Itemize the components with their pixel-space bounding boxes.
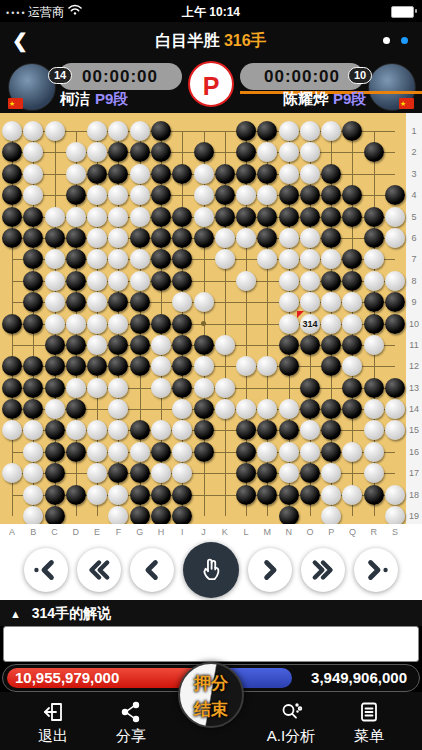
stone-black <box>151 485 171 505</box>
stone-black <box>151 442 171 462</box>
stone-white <box>279 442 299 462</box>
stone-black <box>45 442 65 462</box>
stone-white <box>45 314 65 334</box>
stone-white <box>23 442 43 462</box>
stone-black <box>130 292 150 312</box>
row-number: 12 <box>406 361 422 371</box>
stone-black <box>215 164 235 184</box>
stone-white <box>87 314 107 334</box>
stone-white <box>130 185 150 205</box>
stone-white <box>342 314 362 334</box>
row-number: 19 <box>406 511 422 521</box>
row-number: 14 <box>406 404 422 414</box>
stone-white <box>300 271 320 291</box>
stone-black <box>321 442 341 462</box>
stone-black <box>279 335 299 355</box>
column-letter: F <box>111 527 125 537</box>
stone-black <box>385 378 405 398</box>
stone-white <box>108 378 128 398</box>
stone-black <box>66 356 86 376</box>
captures-left-badge: 14 <box>48 67 72 84</box>
status-bar: •••• 运营商 上午 10:14 <box>0 0 422 22</box>
stone-black <box>385 185 405 205</box>
stone-white <box>45 249 65 269</box>
stone-white <box>130 164 150 184</box>
stone-black <box>194 399 214 419</box>
jump-to-start-button[interactable] <box>24 548 68 592</box>
stone-black <box>364 292 384 312</box>
stone-white <box>279 228 299 248</box>
stone-black <box>66 292 86 312</box>
stone-black <box>45 335 65 355</box>
stone-black <box>194 142 214 162</box>
stone-white <box>23 485 43 505</box>
stone-white <box>194 185 214 205</box>
stone-white <box>215 249 235 269</box>
flag-china-right: ★ <box>399 98 414 109</box>
stone-white <box>236 399 256 419</box>
stone-white <box>45 271 65 291</box>
stone-white <box>364 442 384 462</box>
row-number: 3 <box>406 169 422 179</box>
stone-white <box>194 292 214 312</box>
stone-white <box>66 378 86 398</box>
stone-white <box>300 121 320 141</box>
stone-white <box>385 228 405 248</box>
stone-white <box>321 485 341 505</box>
captures-right-badge: 10 <box>348 67 372 84</box>
stone-black <box>151 164 171 184</box>
stone-white <box>130 207 150 227</box>
clock-right: 00:00:00 <box>240 63 364 90</box>
stone-black <box>300 185 320 205</box>
stone-white <box>151 378 171 398</box>
row-number: 5 <box>406 212 422 222</box>
stone-black <box>130 314 150 334</box>
stone-black <box>257 164 277 184</box>
column-letter: E <box>90 527 104 537</box>
player-left-name: 柯洁P9段 <box>60 90 128 109</box>
stone-black <box>130 356 150 376</box>
stone-white <box>279 463 299 483</box>
stone-black <box>215 207 235 227</box>
stone-black <box>257 485 277 505</box>
comment-textarea[interactable] <box>3 626 419 662</box>
flag-china-left: ★ <box>8 98 23 109</box>
stone-black <box>2 314 22 334</box>
stone-black <box>23 378 43 398</box>
stone-white <box>279 121 299 141</box>
row-number: 13 <box>406 383 422 393</box>
column-letter: Q <box>345 527 359 537</box>
column-letter: J <box>197 527 211 537</box>
row-number: 15 <box>406 425 422 435</box>
clock-left: 00:00:00 <box>58 63 182 90</box>
stone-white <box>87 335 107 355</box>
stone-black <box>66 271 86 291</box>
column-letter: L <box>239 527 253 537</box>
stone-black <box>364 378 384 398</box>
stone-black <box>45 485 65 505</box>
menu-button[interactable]: 菜单 <box>334 698 404 750</box>
stone-black <box>194 420 214 440</box>
player-right-rank: P9段 <box>333 90 366 107</box>
stone-white <box>385 207 405 227</box>
step-backward-button[interactable] <box>130 548 174 592</box>
stone-black <box>2 378 22 398</box>
stone-white <box>279 399 299 419</box>
stone-white <box>279 271 299 291</box>
stone-white <box>66 314 86 334</box>
stone-white <box>108 271 128 291</box>
column-letter: R <box>367 527 381 537</box>
stone-white <box>23 164 43 184</box>
step-forward-button[interactable] <box>248 548 292 592</box>
column-letter: K <box>218 527 232 537</box>
stone-black <box>321 335 341 355</box>
stone-black <box>45 420 65 440</box>
fast-backward-button[interactable] <box>77 548 121 592</box>
stone-black <box>130 228 150 248</box>
stone-black <box>321 164 341 184</box>
column-letter: I <box>175 527 189 537</box>
stone-black <box>236 121 256 141</box>
row-number: 11 <box>406 340 422 350</box>
stone-white <box>385 420 405 440</box>
replay-controls <box>0 540 422 600</box>
stone-black <box>172 271 192 291</box>
hand-tool-button[interactable] <box>183 542 239 598</box>
column-letter: S <box>388 527 402 537</box>
stone-white-marked: 314 <box>300 314 320 334</box>
stone-black <box>66 185 86 205</box>
exit-button[interactable]: 退出 <box>18 698 88 750</box>
stone-white <box>300 228 320 248</box>
stone-black <box>364 228 384 248</box>
stone-black <box>45 378 65 398</box>
column-letter: P <box>324 527 338 537</box>
stone-black <box>321 207 341 227</box>
stone-black <box>364 207 384 227</box>
column-letter: O <box>303 527 317 537</box>
stone-black <box>172 378 192 398</box>
stone-black <box>151 314 171 334</box>
stone-white <box>194 378 214 398</box>
stone-white <box>236 228 256 248</box>
column-letter: M <box>260 527 274 537</box>
stone-white <box>108 485 128 505</box>
stone-black <box>2 207 22 227</box>
stone-black <box>23 271 43 291</box>
stone-black <box>236 442 256 462</box>
stone-black <box>300 378 320 398</box>
stone-white <box>236 271 256 291</box>
stone-black <box>130 142 150 162</box>
stone-white <box>108 207 128 227</box>
stone-white <box>279 164 299 184</box>
bet-end-button[interactable]: 押分 结束 <box>178 662 244 728</box>
ai-analysis-button[interactable]: A.I分析 <box>256 698 326 750</box>
stone-black <box>151 271 171 291</box>
page-title: 白目半胜 316手 <box>0 31 422 52</box>
stone-black <box>2 164 22 184</box>
stone-black <box>2 399 22 419</box>
comment-title: 314手的解说 <box>32 605 111 621</box>
go-board[interactable]: 31412345678910111213141516171819 <box>0 113 422 524</box>
stone-black <box>151 228 171 248</box>
stone-black <box>364 142 384 162</box>
page-dot-1[interactable] <box>383 37 390 44</box>
stone-white <box>342 485 362 505</box>
stone-black <box>66 399 86 419</box>
page-dot-2[interactable] <box>401 37 408 44</box>
stone-white <box>194 164 214 184</box>
stone-black <box>45 356 65 376</box>
stone-white <box>194 356 214 376</box>
stone-black <box>45 463 65 483</box>
stone-white <box>385 399 405 419</box>
move-count: 316手 <box>224 32 267 49</box>
stone-white <box>215 228 235 248</box>
stone-white <box>130 121 150 141</box>
last-move-triangle <box>297 311 304 318</box>
stone-black <box>151 121 171 141</box>
stone-black <box>23 207 43 227</box>
column-letter: H <box>154 527 168 537</box>
row-number: 17 <box>406 468 422 478</box>
stone-white <box>279 292 299 312</box>
stone-black <box>130 335 150 355</box>
stone-white <box>66 164 86 184</box>
stone-black <box>172 314 192 334</box>
column-letters: ABCDEFGHIJKLMNOPQRS <box>0 524 422 540</box>
stone-black <box>279 420 299 440</box>
stone-black <box>130 463 150 483</box>
stone-white <box>172 442 192 462</box>
stone-white <box>130 442 150 462</box>
row-number: 18 <box>406 490 422 500</box>
score-right-value: 3,949,906,000 <box>311 669 407 686</box>
stone-black <box>321 228 341 248</box>
share-button[interactable]: 分享 <box>96 698 166 750</box>
stone-black <box>172 485 192 505</box>
row-number: 2 <box>406 147 422 157</box>
stone-black <box>66 442 86 462</box>
row-number: 6 <box>406 233 422 243</box>
stone-white <box>87 121 107 141</box>
column-letter: D <box>69 527 83 537</box>
row-number: 7 <box>406 254 422 264</box>
row-number: 9 <box>406 297 422 307</box>
fast-forward-button[interactable] <box>301 548 345 592</box>
stone-black <box>236 164 256 184</box>
stone-white <box>215 378 235 398</box>
stone-black <box>151 185 171 205</box>
stone-white <box>45 121 65 141</box>
stone-white <box>130 271 150 291</box>
stone-white <box>385 271 405 291</box>
stone-white <box>87 228 107 248</box>
stone-white <box>45 207 65 227</box>
stone-white <box>87 485 107 505</box>
stone-black <box>321 271 341 291</box>
stone-white <box>108 314 128 334</box>
column-letter: G <box>133 527 147 537</box>
comment-header[interactable]: ▲ 314手的解说 <box>0 600 422 626</box>
score-left-value: 10,955,979,000 <box>15 669 119 686</box>
stone-white <box>45 292 65 312</box>
stone-black <box>385 292 405 312</box>
stone-black <box>300 335 320 355</box>
column-letter: A <box>5 527 19 537</box>
column-letter: B <box>26 527 40 537</box>
stone-black <box>23 314 43 334</box>
stone-black <box>66 485 86 505</box>
stone-white <box>364 399 384 419</box>
clock-time: 上午 10:14 <box>0 4 422 21</box>
stone-white <box>130 249 150 269</box>
stone-black <box>385 314 405 334</box>
move-number-label: 314 <box>300 319 320 329</box>
stone-white <box>321 314 341 334</box>
stone-white <box>66 207 86 227</box>
result-label: 白目半胜 <box>155 32 219 49</box>
stone-black <box>172 207 192 227</box>
stone-black <box>342 207 362 227</box>
hoshi-point <box>201 321 206 326</box>
stone-black <box>215 185 235 205</box>
stone-black <box>364 314 384 334</box>
stone-black <box>172 164 192 184</box>
stone-black <box>300 207 320 227</box>
row-number: 10 <box>406 319 422 329</box>
row-number: 1 <box>406 126 422 136</box>
stone-white <box>2 121 22 141</box>
player-bar: ★ ★ 00:00:00 00:00:00 14 10 P 柯洁P9段 陈耀烨P… <box>0 58 422 113</box>
stone-white <box>385 485 405 505</box>
stone-white <box>87 271 107 291</box>
stone-white <box>300 442 320 462</box>
stone-black <box>172 335 192 355</box>
player-right-name: 陈耀烨P9段 <box>283 90 366 109</box>
stone-white <box>87 378 107 398</box>
stone-black <box>151 207 171 227</box>
stone-white <box>87 207 107 227</box>
stone-white <box>279 314 299 334</box>
stone-black <box>279 485 299 505</box>
row-number: 8 <box>406 276 422 286</box>
column-letter: N <box>282 527 296 537</box>
stone-black <box>194 228 214 248</box>
stone-black <box>300 399 320 419</box>
stone-white <box>194 207 214 227</box>
stone-white <box>87 442 107 462</box>
stone-black <box>279 185 299 205</box>
stone-white <box>45 399 65 419</box>
stone-black <box>45 228 65 248</box>
stone-black <box>279 356 299 376</box>
stone-black <box>364 485 384 505</box>
stone-black <box>130 485 150 505</box>
stone-white <box>364 271 384 291</box>
column-letter: C <box>48 527 62 537</box>
stone-black <box>194 335 214 355</box>
stone-white <box>364 463 384 483</box>
stone-white <box>300 292 320 312</box>
nav-bar: ❮ 白目半胜 316手 <box>0 22 422 58</box>
stone-white <box>215 399 235 419</box>
stone-black <box>279 207 299 227</box>
stone-black <box>87 164 107 184</box>
stone-white <box>364 249 384 269</box>
stone-black <box>194 442 214 462</box>
jump-to-end-button[interactable] <box>354 548 398 592</box>
stone-white <box>215 335 235 355</box>
player-left-rank: P9段 <box>95 90 128 107</box>
row-number: 4 <box>406 190 422 200</box>
battery-icon <box>391 6 414 18</box>
stone-black <box>257 207 277 227</box>
pass-badge[interactable]: P <box>188 61 234 107</box>
stone-black <box>66 335 86 355</box>
stone-black <box>236 207 256 227</box>
stone-white <box>279 249 299 269</box>
stone-white <box>279 142 299 162</box>
stone-white <box>364 335 384 355</box>
collapse-triangle-icon: ▲ <box>10 608 21 620</box>
stone-white <box>151 335 171 355</box>
row-number: 16 <box>406 447 422 457</box>
stone-black <box>66 228 86 248</box>
stone-black <box>2 228 22 248</box>
stone-black <box>300 485 320 505</box>
stone-white <box>300 164 320 184</box>
stone-black <box>236 485 256 505</box>
